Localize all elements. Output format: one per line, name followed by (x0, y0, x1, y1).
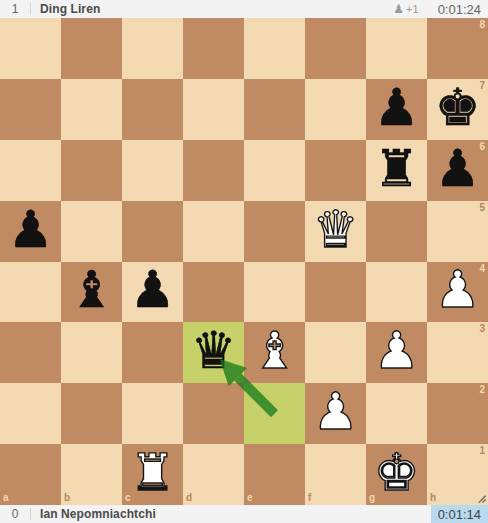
player-top-score: 1 (0, 2, 21, 16)
square-f3[interactable] (305, 322, 366, 383)
chess-board: 8♟7♚♜6♟♟♛5♝♟4♟♛♝♟3♟2abc♜defg♚1h (0, 18, 488, 505)
black-pawn[interactable]: ♟ (130, 264, 176, 315)
square-e6[interactable] (244, 140, 305, 201)
chess-tv-widget: 1 Ding Liren ♟ +1 0:01:24 8♟7♚♜6♟♟♛5♝♟4♟… (0, 0, 488, 523)
square-g7[interactable]: ♟ (366, 79, 427, 140)
square-h7[interactable]: 7♚ (427, 79, 488, 140)
white-bishop[interactable]: ♝ (252, 325, 298, 376)
square-g6[interactable]: ♜ (366, 140, 427, 201)
square-b1[interactable]: b (61, 444, 122, 505)
square-c6[interactable] (122, 140, 183, 201)
square-e3[interactable]: ♝ (244, 322, 305, 383)
separator (30, 3, 31, 15)
player-bar-bottom: 0 Ian Nepomniachtchi 0:01:14 (0, 505, 488, 523)
black-bishop[interactable]: ♝ (69, 264, 115, 315)
square-f4[interactable] (305, 262, 366, 323)
square-h5[interactable]: 5 (427, 201, 488, 262)
player-bar-top: 1 Ding Liren ♟ +1 0:01:24 (0, 0, 488, 18)
square-b2[interactable] (61, 383, 122, 444)
separator (30, 508, 31, 520)
square-e5[interactable] (244, 201, 305, 262)
square-d7[interactable] (183, 79, 244, 140)
square-f7[interactable] (305, 79, 366, 140)
square-b8[interactable] (61, 18, 122, 79)
square-h2[interactable]: 2 (427, 383, 488, 444)
square-b4[interactable]: ♝ (61, 262, 122, 323)
square-b5[interactable] (61, 201, 122, 262)
square-c3[interactable] (122, 322, 183, 383)
square-f6[interactable] (305, 140, 366, 201)
square-h6[interactable]: 6♟ (427, 140, 488, 201)
square-d2[interactable] (183, 383, 244, 444)
square-a4[interactable] (0, 262, 61, 323)
square-g1[interactable]: g♚ (366, 444, 427, 505)
square-f1[interactable]: f (305, 444, 366, 505)
square-c5[interactable] (122, 201, 183, 262)
square-a5[interactable]: ♟ (0, 201, 61, 262)
file-label-h: h (430, 493, 436, 503)
square-g2[interactable] (366, 383, 427, 444)
black-king[interactable]: ♚ (435, 82, 481, 133)
square-d5[interactable] (183, 201, 244, 262)
square-h4[interactable]: 4♟ (427, 262, 488, 323)
file-label-f: f (308, 493, 311, 503)
square-a1[interactable]: a (0, 444, 61, 505)
square-e2[interactable] (244, 383, 305, 444)
square-a6[interactable] (0, 140, 61, 201)
square-e8[interactable] (244, 18, 305, 79)
square-f2[interactable]: ♟ (305, 383, 366, 444)
rank-label-1: 1 (479, 446, 485, 456)
square-d4[interactable] (183, 262, 244, 323)
square-h3[interactable]: 3 (427, 322, 488, 383)
white-king[interactable]: ♚ (374, 447, 420, 498)
resize-handle-icon[interactable] (476, 493, 487, 504)
white-pawn[interactable]: ♟ (435, 264, 481, 315)
material-advantage: ♟ +1 (393, 3, 418, 15)
square-a8[interactable] (0, 18, 61, 79)
player-top-clock: 0:01:24 (431, 0, 488, 18)
board-grid: 8♟7♚♜6♟♟♛5♝♟4♟♛♝♟3♟2abc♜defg♚1h (0, 18, 488, 505)
rank-label-5: 5 (479, 203, 485, 213)
black-rook[interactable]: ♜ (374, 143, 420, 194)
player-top-name: Ding Liren (40, 2, 100, 16)
square-d1[interactable]: d (183, 444, 244, 505)
square-f8[interactable] (305, 18, 366, 79)
black-pawn[interactable]: ♟ (8, 204, 54, 255)
square-a3[interactable] (0, 322, 61, 383)
square-c7[interactable] (122, 79, 183, 140)
square-h8[interactable]: 8 (427, 18, 488, 79)
square-g5[interactable] (366, 201, 427, 262)
square-c1[interactable]: c♜ (122, 444, 183, 505)
square-b7[interactable] (61, 79, 122, 140)
square-d3[interactable]: ♛ (183, 322, 244, 383)
white-rook[interactable]: ♜ (130, 447, 176, 498)
white-pawn[interactable]: ♟ (374, 325, 420, 376)
white-pawn[interactable]: ♟ (313, 386, 359, 437)
file-label-e: e (247, 493, 253, 503)
rank-label-3: 3 (479, 324, 485, 334)
white-queen[interactable]: ♛ (313, 204, 359, 255)
material-count: +1 (406, 3, 419, 15)
pawn-icon: ♟ (393, 3, 404, 15)
player-bottom-name: Ian Nepomniachtchi (40, 507, 156, 521)
file-label-a: a (3, 493, 9, 503)
square-a2[interactable] (0, 383, 61, 444)
black-pawn[interactable]: ♟ (374, 82, 420, 133)
square-e4[interactable] (244, 262, 305, 323)
square-f5[interactable]: ♛ (305, 201, 366, 262)
file-label-d: d (186, 493, 192, 503)
square-b3[interactable] (61, 322, 122, 383)
file-label-b: b (64, 493, 70, 503)
square-e7[interactable] (244, 79, 305, 140)
square-a7[interactable] (0, 79, 61, 140)
player-bottom-score: 0 (0, 507, 21, 521)
square-c8[interactable] (122, 18, 183, 79)
square-c4[interactable]: ♟ (122, 262, 183, 323)
square-d6[interactable] (183, 140, 244, 201)
square-e1[interactable]: e (244, 444, 305, 505)
square-g3[interactable]: ♟ (366, 322, 427, 383)
square-g8[interactable] (366, 18, 427, 79)
black-queen[interactable]: ♛ (191, 325, 237, 376)
rank-label-2: 2 (479, 385, 485, 395)
square-c2[interactable] (122, 383, 183, 444)
player-bottom-clock: 0:01:14 (431, 505, 488, 523)
square-d8[interactable] (183, 18, 244, 79)
square-g4[interactable] (366, 262, 427, 323)
black-pawn[interactable]: ♟ (435, 143, 481, 194)
rank-label-8: 8 (479, 20, 485, 30)
square-b6[interactable] (61, 140, 122, 201)
